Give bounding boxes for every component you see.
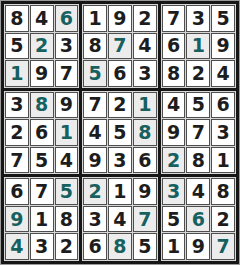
cell-r2c5[interactable]: 7 [108,33,132,60]
cell-r6c2: 5 [30,147,54,174]
cell-r1c1: 8 [5,5,29,32]
box-r1c2: 192874563 [82,4,157,88]
cell-r3c3: 7 [55,60,79,87]
cell-r9c8: 9 [186,233,210,260]
cell-r9c2: 3 [30,233,54,260]
cell-r6c5: 3 [108,147,132,174]
box-r1c3: 735619824 [161,4,236,88]
cell-r9c1[interactable]: 4 [5,233,29,260]
cell-r9c6: 5 [133,233,157,260]
cell-r4c1: 3 [5,92,29,119]
cell-r8c6[interactable]: 7 [133,206,157,233]
cell-r3c8: 2 [186,60,210,87]
cell-r2c6: 4 [133,33,157,60]
cell-r6c1: 7 [5,147,29,174]
cell-r5c8: 7 [186,119,210,146]
cell-r7c2: 7 [30,178,54,205]
cell-r1c9: 5 [211,5,235,32]
cell-r5c5: 5 [108,119,132,146]
cell-r9c9[interactable]: 7 [211,233,235,260]
cell-r4c2[interactable]: 8 [30,92,54,119]
box-r3c2: 219347685 [82,177,157,261]
cell-r5c2: 6 [30,119,54,146]
cell-r8c5: 4 [108,206,132,233]
cell-r6c8: 8 [186,147,210,174]
cell-r8c4: 3 [83,206,107,233]
cell-r5c1: 2 [5,119,29,146]
cell-r4c7: 4 [162,92,186,119]
cell-r7c6: 9 [133,178,157,205]
cell-r1c3[interactable]: 6 [55,5,79,32]
cell-r9c5[interactable]: 8 [108,233,132,260]
cell-r8c8[interactable]: 6 [186,206,210,233]
cell-r4c5: 2 [108,92,132,119]
cell-r9c4: 6 [83,233,107,260]
cell-r2c8[interactable]: 1 [186,33,210,60]
cell-r6c6: 6 [133,147,157,174]
cell-r6c7[interactable]: 2 [162,147,186,174]
cell-r6c4: 9 [83,147,107,174]
cell-r3c2: 9 [30,60,54,87]
cell-r7c7[interactable]: 3 [162,178,186,205]
cell-r9c7: 1 [162,233,186,260]
cell-r3c1[interactable]: 1 [5,60,29,87]
cell-r1c5: 9 [108,5,132,32]
cell-r1c8: 3 [186,5,210,32]
cell-r4c3: 9 [55,92,79,119]
cell-r4c6[interactable]: 1 [133,92,157,119]
cell-r4c4: 7 [83,92,107,119]
box-r2c1: 389261754 [4,91,79,175]
cell-r5c6[interactable]: 8 [133,119,157,146]
cell-r2c2[interactable]: 2 [30,33,54,60]
cell-r4c8: 5 [186,92,210,119]
sudoku-board: 8465231971928745637356198243892617547214… [0,0,240,265]
cell-r2c1: 5 [5,33,29,60]
cell-r8c7: 5 [162,206,186,233]
cell-r6c9: 1 [211,147,235,174]
cell-r1c4: 1 [83,5,107,32]
cell-r7c1: 6 [5,178,29,205]
box-r2c2: 721458936 [82,91,157,175]
cell-r6c3: 4 [55,147,79,174]
cell-r5c4: 4 [83,119,107,146]
cell-r1c7: 7 [162,5,186,32]
cell-r8c3: 8 [55,206,79,233]
cell-r2c3: 3 [55,33,79,60]
cell-r3c5: 6 [108,60,132,87]
cell-r3c6: 3 [133,60,157,87]
cell-r3c7: 8 [162,60,186,87]
cell-r5c9: 3 [211,119,235,146]
cell-r8c2: 1 [30,206,54,233]
box-r3c1: 675918432 [4,177,79,261]
cell-r1c2: 4 [30,5,54,32]
cell-r3c4[interactable]: 5 [83,60,107,87]
cell-r2c4: 8 [83,33,107,60]
cell-r3c9: 4 [211,60,235,87]
cell-r7c4[interactable]: 2 [83,178,107,205]
cell-r7c5: 1 [108,178,132,205]
cell-r2c9: 9 [211,33,235,60]
cell-r1c6: 2 [133,5,157,32]
cell-r2c7: 6 [162,33,186,60]
cell-r7c8: 4 [186,178,210,205]
cell-r9c3: 2 [55,233,79,260]
cell-r8c9: 2 [211,206,235,233]
cell-r5c7: 9 [162,119,186,146]
cell-r4c9: 6 [211,92,235,119]
box-r3c3: 348562197 [161,177,236,261]
cell-r8c1[interactable]: 9 [5,206,29,233]
cell-r5c3[interactable]: 1 [55,119,79,146]
box-r2c3: 456973281 [161,91,236,175]
cell-r7c9: 8 [211,178,235,205]
box-r1c1: 846523197 [4,4,79,88]
cell-r7c3[interactable]: 5 [55,178,79,205]
